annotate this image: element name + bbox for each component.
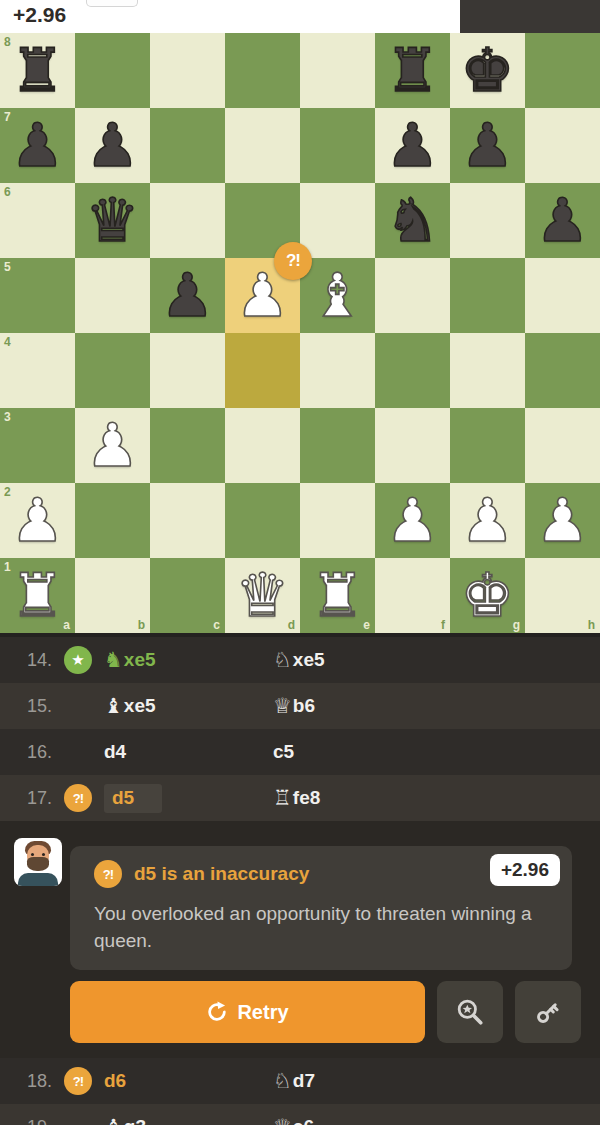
action-buttons: Retry [70,981,581,1043]
rank-label-6: 6 [4,186,11,198]
white-pawn-b3[interactable]: ♟ [86,408,140,483]
inaccuracy-icon: ?! [64,1067,92,1095]
square-b3[interactable]: ♟ [75,408,150,483]
file-label-h: h [588,619,595,631]
figurine-icon: ♞ [104,650,123,671]
black-pawn-f7[interactable]: ♟ [386,108,440,183]
white-bishop-e5[interactable]: ♝ [311,258,365,333]
board-inaccuracy-badge: ?! [274,242,312,280]
square-e5[interactable]: ♝ [300,258,375,333]
square-g4[interactable] [450,333,525,408]
square-e6[interactable] [300,183,375,258]
retry-icon [206,1001,228,1023]
move-san: fe8 [293,787,320,809]
move-row-15: 15.♝xe5♕b6 [0,683,600,729]
figurine-icon: ♖ [273,788,292,809]
move-san: d5 [112,787,134,809]
white-move[interactable]: ♞xe5 [104,649,273,671]
square-d4[interactable] [225,333,300,408]
avatar-beard [27,857,49,871]
square-f1[interactable]: f [375,558,450,633]
square-f7[interactable]: ♟ [375,108,450,183]
top-bar: +2.96 [0,0,600,33]
square-d7[interactable] [225,108,300,183]
rank-label-8: 8 [4,36,11,48]
analysis-magnifier-icon [455,997,485,1027]
square-b7[interactable]: ♟ [75,108,150,183]
white-queen-d1[interactable]: ♛ [236,558,290,633]
square-b6[interactable]: ♛ [75,183,150,258]
square-g5[interactable] [450,258,525,333]
figurine-icon: ♝ [104,1117,123,1125]
move-row-19: 19.♝g3♕c6 [0,1104,600,1125]
square-a5[interactable]: 5 [0,258,75,333]
move-list-top: 14.★♞xe5♘xe515.♝xe5♕b616.d4c517.?!d5♖fe8 [0,637,600,821]
inaccuracy-icon: ?! [94,860,122,888]
move-badge-slot: ?! [52,784,104,812]
file-label-c: c [213,619,220,631]
square-c8[interactable] [150,33,225,108]
square-e1[interactable]: e♜ [300,558,375,633]
square-d2[interactable] [225,483,300,558]
tooltip-remnant [86,0,138,7]
white-pawn-g2[interactable]: ♟ [461,483,515,558]
move-number: 14. [0,650,52,671]
square-f5[interactable] [375,258,450,333]
square-f8[interactable]: ♜ [375,33,450,108]
move-badge-slot: ★ [52,646,104,674]
square-f2[interactable]: ♟ [375,483,450,558]
black-rook-f8[interactable]: ♜ [386,33,440,108]
move-row-16: 16.d4c5 [0,729,600,775]
black-move[interactable]: ♘d7 [273,1070,315,1092]
square-h7[interactable] [525,108,600,183]
evaluation-badge: +2.96 [490,854,560,886]
white-pawn-h2[interactable]: ♟ [536,483,590,558]
square-h4[interactable] [525,333,600,408]
white-king-g1[interactable]: ♚ [461,558,515,633]
square-d1[interactable]: d♛ [225,558,300,633]
move-row-18: 18.?!d6♘d7 [0,1058,600,1104]
move-number: 19. [0,1117,52,1125]
retry-button[interactable]: Retry [70,981,425,1043]
rank-label-5: 5 [4,261,11,273]
key-moment-button[interactable] [515,981,581,1043]
coach-avatar [14,838,62,886]
file-label-e: e [363,619,370,631]
square-g8[interactable]: ♚ [450,33,525,108]
rank-label-7: 7 [4,111,11,123]
black-move[interactable]: c5 [273,741,294,763]
move-list-bottom: 18.?!d6♘d719.♝g3♕c6 [0,1058,600,1125]
square-f6[interactable]: ♞ [375,183,450,258]
square-c3[interactable] [150,408,225,483]
square-a4[interactable]: 4 [0,333,75,408]
rank-label-4: 4 [4,336,11,348]
move-number: 17. [0,788,52,809]
square-d3[interactable] [225,408,300,483]
square-f3[interactable] [375,408,450,483]
square-f4[interactable] [375,333,450,408]
black-pawn-g7[interactable]: ♟ [461,108,515,183]
file-label-f: f [441,619,445,631]
coach-comment-section: ?! d5 is an inaccuracy +2.96 You overloo… [0,821,600,1058]
move-badge-slot: ?! [52,1067,104,1095]
move-san: b6 [293,695,315,717]
move-number: 18. [0,1071,52,1092]
retry-label: Retry [237,1001,288,1024]
square-c6[interactable] [150,183,225,258]
white-move[interactable]: d5 [104,784,273,813]
top-right-panel [460,0,600,33]
avatar-eye [31,853,34,856]
black-move[interactable]: ♘xe5 [273,649,325,671]
black-pawn-c5[interactable]: ♟ [161,258,215,333]
square-b8[interactable] [75,33,150,108]
square-e4[interactable] [300,333,375,408]
file-label-b: b [138,619,145,631]
move-san: xe5 [124,649,156,671]
black-pawn-b7[interactable]: ♟ [86,108,140,183]
white-move[interactable]: ♝xe5 [104,695,273,717]
black-king-g8[interactable]: ♚ [461,33,515,108]
square-e2[interactable] [300,483,375,558]
white-rook-e1[interactable]: ♜ [311,558,365,633]
rank-label-3: 3 [4,411,11,423]
move-san: d6 [104,1070,126,1092]
move-row-17: 17.?!d5♖fe8 [0,775,600,821]
black-pawn-h6[interactable]: ♟ [536,183,590,258]
square-a2[interactable]: 2♟ [0,483,75,558]
square-h6[interactable]: ♟ [525,183,600,258]
figurine-icon: ♝ [104,696,123,717]
square-b5[interactable] [75,258,150,333]
square-e7[interactable] [300,108,375,183]
black-rook-a8[interactable]: ♜ [11,33,65,108]
square-e8[interactable] [300,33,375,108]
square-g2[interactable]: ♟ [450,483,525,558]
file-label-g: g [513,619,520,631]
figurine-icon: ♘ [273,650,292,671]
move-san: d4 [104,741,126,763]
move-number: 15. [0,696,52,717]
square-g1[interactable]: g♚ [450,558,525,633]
square-a3[interactable]: 3 [0,408,75,483]
black-knight-f6[interactable]: ♞ [386,183,440,258]
square-h5[interactable] [525,258,600,333]
white-move[interactable]: d4 [104,741,273,763]
square-b4[interactable] [75,333,150,408]
square-c5[interactable]: ♟ [150,258,225,333]
square-g7[interactable]: ♟ [450,108,525,183]
white-pawn-f2[interactable]: ♟ [386,483,440,558]
square-h8[interactable] [525,33,600,108]
screen: +2.96 8♜♜♚7♟♟♟♟6♛♞♟5♟♟♝43♟2♟♟♟♟1a♜bcd♛e♜… [0,0,600,1125]
coach-title-row: ?! d5 is an inaccuracy [94,860,556,888]
rank-label-2: 2 [4,486,11,498]
file-label-d: d [288,619,295,631]
square-d8[interactable] [225,33,300,108]
move-row-14: 14.★♞xe5♘xe5 [0,637,600,683]
black-move[interactable]: ♕b6 [273,695,315,717]
avatar-eye [42,853,45,856]
move-number: 16. [0,742,52,763]
rank-label-1: 1 [4,561,11,573]
square-c2[interactable] [150,483,225,558]
white-rook-a1[interactable]: ♜ [11,558,65,633]
coach-card: ?! d5 is an inaccuracy +2.96 You overloo… [70,846,572,970]
square-h1[interactable]: h [525,558,600,633]
square-a7[interactable]: 7♟ [0,108,75,183]
figurine-icon: ♘ [273,1071,292,1092]
square-a6[interactable]: 6 [0,183,75,258]
black-pawn-a7[interactable]: ♟ [11,108,65,183]
file-label-a: a [63,619,70,631]
square-b1[interactable]: b [75,558,150,633]
chess-board: 8♜♜♚7♟♟♟♟6♛♞♟5♟♟♝43♟2♟♟♟♟1a♜bcd♛e♜fg♚h?! [0,33,600,633]
square-a1[interactable]: 1a♜ [0,558,75,633]
figurine-icon: ♕ [273,1117,292,1125]
white-move[interactable]: ♝g3 [104,1116,273,1125]
black-move[interactable]: ♖fe8 [273,787,320,809]
square-c7[interactable] [150,108,225,183]
move-san: g3 [124,1116,146,1125]
coach-title: d5 is an inaccuracy [134,863,309,885]
square-e3[interactable] [300,408,375,483]
inaccuracy-icon: ?! [64,784,92,812]
white-pawn-a2[interactable]: ♟ [11,483,65,558]
square-b2[interactable] [75,483,150,558]
black-move[interactable]: ♕c6 [273,1116,314,1125]
evaluation-text: +2.96 [13,3,66,27]
move-san: xe5 [293,649,325,671]
move-san: c6 [293,1116,314,1125]
coach-comment-text: You overlooked an opportunity to threate… [94,900,544,954]
white-move[interactable]: d6 [104,1070,273,1092]
figurine-icon: ♕ [273,696,292,717]
move-san: xe5 [124,695,156,717]
square-c1[interactable]: c [150,558,225,633]
square-g3[interactable] [450,408,525,483]
black-queen-b6[interactable]: ♛ [86,183,140,258]
best-move-star-icon: ★ [64,646,92,674]
square-a8[interactable]: 8♜ [0,33,75,108]
square-h2[interactable]: ♟ [525,483,600,558]
avatar-shirt [18,873,58,886]
square-h3[interactable] [525,408,600,483]
square-c4[interactable] [150,333,225,408]
show-move-button[interactable] [437,981,503,1043]
square-g6[interactable] [450,183,525,258]
move-san: c5 [273,741,294,763]
move-san: d7 [293,1070,315,1092]
key-icon [533,997,563,1027]
